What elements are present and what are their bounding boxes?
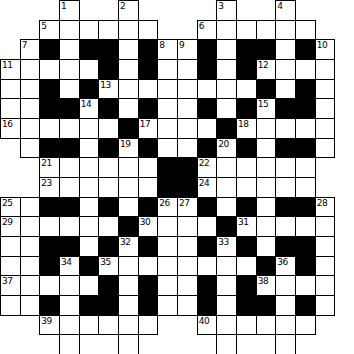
clue-number-17: 17 (140, 119, 150, 129)
cell-r13-c14[interactable]: 36 (275, 256, 296, 277)
cell-r16-c5[interactable] (98, 315, 119, 336)
cell-r6-c14[interactable] (275, 118, 296, 139)
cell-r11-c1[interactable] (20, 216, 41, 237)
cell-r7-c14-block (275, 138, 296, 159)
cell-r12-c0[interactable] (0, 236, 21, 257)
cell-r6-c5[interactable] (98, 118, 119, 139)
cell-r15-c16[interactable] (315, 295, 336, 316)
cell-r7-c9[interactable] (177, 138, 198, 159)
clue-number-24: 24 (199, 178, 209, 188)
cell-r7-c2-block (39, 138, 60, 159)
cell-r5-c8[interactable] (157, 98, 178, 119)
cell-r14-c5-block (98, 275, 119, 296)
cell-r7-c1[interactable] (20, 138, 41, 159)
cell-r8-c5[interactable] (98, 157, 119, 178)
clue-number-7: 7 (22, 40, 27, 50)
cell-r12-c15-block (295, 236, 316, 257)
cell-r13-c7[interactable] (138, 256, 159, 277)
cell-r3-c16[interactable] (315, 59, 336, 80)
cell-r8-c8-block (157, 157, 178, 178)
cell-r14-c6[interactable] (118, 275, 139, 296)
cell-r9-c4[interactable] (79, 177, 100, 198)
clue-number-12: 12 (258, 60, 268, 70)
cell-r8-c10[interactable]: 22 (197, 157, 218, 178)
clue-number-35: 35 (100, 257, 110, 267)
cell-r3-c10-block (197, 59, 218, 80)
cell-r13-c13-block (256, 256, 277, 277)
cell-r7-c8[interactable] (157, 138, 178, 159)
clue-number-21: 21 (41, 158, 51, 168)
cell-r6-c2[interactable] (39, 118, 60, 139)
cell-r9-c6[interactable] (118, 177, 139, 198)
cell-r5-c9[interactable] (177, 98, 198, 119)
cell-r16-c3[interactable] (59, 315, 80, 336)
cell-r8-c2[interactable]: 21 (39, 157, 60, 178)
cell-r1-c15[interactable] (295, 20, 316, 41)
cell-r8-c15[interactable] (295, 157, 316, 178)
cell-r16-c15[interactable] (295, 315, 316, 336)
cell-r9-c15[interactable] (295, 177, 316, 198)
cell-r17-c6[interactable] (118, 334, 139, 354)
cell-r9-c14[interactable] (275, 177, 296, 198)
clue-number-36: 36 (277, 257, 287, 267)
cell-r11-c6-block (118, 216, 139, 237)
cell-r14-c11[interactable] (216, 275, 237, 296)
cell-r11-c10[interactable] (197, 216, 218, 237)
cell-r11-c14[interactable] (275, 216, 296, 237)
cell-r5-c1[interactable] (20, 98, 41, 119)
cell-r5-c10-block (197, 98, 218, 119)
cell-r3-c8[interactable] (157, 59, 178, 80)
cell-r3-c1[interactable] (20, 59, 41, 80)
cell-r14-c3[interactable] (59, 275, 80, 296)
cell-r6-c11-block (216, 118, 237, 139)
cell-r3-c14[interactable] (275, 59, 296, 80)
cell-r5-c14-block (275, 98, 296, 119)
cell-r14-c10-block (197, 275, 218, 296)
cell-r15-c12-block (236, 295, 257, 316)
cell-r15-c3[interactable] (59, 295, 80, 316)
cell-r9-c13[interactable] (256, 177, 277, 198)
cell-r13-c5[interactable]: 35 (98, 256, 119, 277)
cell-r11-c8[interactable] (157, 216, 178, 237)
cell-r12-c2-block (39, 236, 60, 257)
cell-r10-c13[interactable] (256, 197, 277, 218)
clue-number-31: 31 (238, 217, 248, 227)
cell-r4-c8[interactable] (157, 79, 178, 100)
cell-r9-c9-block (177, 177, 198, 198)
cell-r14-c15[interactable] (295, 275, 316, 296)
clue-number-5: 5 (41, 21, 46, 31)
clue-number-9: 9 (179, 40, 184, 50)
cell-r12-c8[interactable] (157, 236, 178, 257)
clue-number-40: 40 (199, 316, 209, 326)
cell-r16-c11[interactable] (216, 315, 237, 336)
cell-r14-c7-block (138, 275, 159, 296)
cell-r15-c10-block (197, 295, 218, 316)
cell-r9-c7[interactable] (138, 177, 159, 198)
cell-r14-c14[interactable] (275, 275, 296, 296)
clue-number-11: 11 (2, 60, 12, 70)
cell-r5-c5-block (98, 98, 119, 119)
clue-number-30: 30 (140, 217, 150, 227)
cell-r7-c3-block (59, 138, 80, 159)
cell-r6-c13[interactable] (256, 118, 277, 139)
cell-r11-c12[interactable]: 31 (236, 216, 257, 237)
cell-r7-c6[interactable]: 19 (118, 138, 139, 159)
cell-r7-c11[interactable]: 20 (216, 138, 237, 159)
cell-r6-c8[interactable] (157, 118, 178, 139)
cell-r12-c4[interactable] (79, 236, 100, 257)
clue-number-15: 15 (258, 99, 268, 109)
cell-r11-c15[interactable] (295, 216, 316, 237)
cell-r1-c5[interactable] (98, 20, 119, 41)
cell-r12-c5-block (98, 236, 119, 257)
cell-r5-c13[interactable]: 15 (256, 98, 277, 119)
clue-number-27: 27 (179, 198, 189, 208)
cell-r12-c3-block (59, 236, 80, 257)
cell-r13-c11[interactable] (216, 256, 237, 277)
clue-number-38: 38 (258, 276, 268, 286)
cell-r10-c3-block (59, 197, 80, 218)
cell-r10-c11[interactable] (216, 197, 237, 218)
cell-r6-c0[interactable]: 16 (0, 118, 21, 139)
cell-r12-c10-block (197, 236, 218, 257)
cell-r10-c0[interactable]: 25 (0, 197, 21, 218)
cell-r8-c3[interactable] (59, 157, 80, 178)
cell-r2-c3[interactable] (59, 39, 80, 60)
cell-r5-c2-block (39, 98, 60, 119)
cell-r10-c7-block (138, 197, 159, 218)
cell-r12-c6[interactable]: 32 (118, 236, 139, 257)
cell-r13-c6[interactable] (118, 256, 139, 277)
cell-r13-c8[interactable] (157, 256, 178, 277)
cell-r4-c6[interactable] (118, 79, 139, 100)
cell-r5-c6[interactable] (118, 98, 139, 119)
cell-r14-c12-block (236, 275, 257, 296)
cell-r3-c13[interactable]: 12 (256, 59, 277, 80)
cell-r6-c4[interactable] (79, 118, 100, 139)
cell-r6-c15[interactable] (295, 118, 316, 139)
cell-r9-c10[interactable]: 24 (197, 177, 218, 198)
cell-r4-c7[interactable] (138, 79, 159, 100)
cell-r9-c5[interactable] (98, 177, 119, 198)
cell-r8-c13[interactable] (256, 157, 277, 178)
cell-r11-c2[interactable] (39, 216, 60, 237)
cell-r0-c3[interactable]: 1 (59, 0, 80, 21)
clue-number-20: 20 (218, 139, 228, 149)
cell-r14-c13[interactable]: 38 (256, 275, 277, 296)
cell-r3-c6[interactable] (118, 59, 139, 80)
cell-r10-c9[interactable]: 27 (177, 197, 198, 218)
cell-r10-c1[interactable] (20, 197, 41, 218)
cell-r10-c6[interactable] (118, 197, 139, 218)
cell-r4-c13-block (256, 79, 277, 100)
cell-r9-c2[interactable]: 23 (39, 177, 60, 198)
cell-r1-c10[interactable]: 6 (197, 20, 218, 41)
clue-number-18: 18 (238, 119, 248, 129)
cell-r11-c9[interactable] (177, 216, 198, 237)
cell-r6-c7[interactable]: 17 (138, 118, 159, 139)
cell-r7-c16[interactable] (315, 138, 336, 159)
cell-r2-c9[interactable]: 9 (177, 39, 198, 60)
cell-r7-c4[interactable] (79, 138, 100, 159)
cell-r4-c12[interactable] (236, 79, 257, 100)
cell-r3-c9[interactable] (177, 59, 198, 80)
cell-r4-c9[interactable] (177, 79, 198, 100)
clue-number-8: 8 (159, 40, 164, 50)
cell-r2-c16[interactable]: 10 (315, 39, 336, 60)
cell-r1-c7[interactable] (138, 20, 159, 41)
cell-r17-c11[interactable] (216, 334, 237, 354)
cell-r11-c3[interactable] (59, 216, 80, 237)
cell-r1-c12[interactable] (236, 20, 257, 41)
cell-r7-c10-block (197, 138, 218, 159)
cell-r12-c16[interactable] (315, 236, 336, 257)
cell-r15-c11[interactable] (216, 295, 237, 316)
cell-r14-c8[interactable] (157, 275, 178, 296)
cell-r3-c11[interactable] (216, 59, 237, 80)
cell-r16-c10[interactable]: 40 (197, 315, 218, 336)
cell-r3-c7-block (138, 59, 159, 80)
cell-r4-c4-block (79, 79, 100, 100)
cell-r13-c4-block (79, 256, 100, 277)
clue-number-26: 26 (159, 198, 169, 208)
cell-r12-c1[interactable] (20, 236, 41, 257)
cell-r17-c3[interactable] (59, 334, 80, 354)
cell-r16-c6[interactable] (118, 315, 139, 336)
cell-r10-c12-block (236, 197, 257, 218)
cell-r2-c5-block (98, 39, 119, 60)
clue-number-37: 37 (2, 276, 12, 286)
cell-r8-c6[interactable] (118, 157, 139, 178)
cell-r5-c11[interactable] (216, 98, 237, 119)
cell-r16-c4[interactable] (79, 315, 100, 336)
cell-r15-c6[interactable] (118, 295, 139, 316)
cell-r2-c7-block (138, 39, 159, 60)
cell-r11-c5[interactable] (98, 216, 119, 237)
cell-r4-c10[interactable] (197, 79, 218, 100)
cell-r14-c0[interactable]: 37 (0, 275, 21, 296)
cell-r16-c2[interactable]: 39 (39, 315, 60, 336)
cell-r6-c12[interactable]: 18 (236, 118, 257, 139)
cell-r6-c6-block (118, 118, 139, 139)
clue-number-3: 3 (218, 1, 223, 11)
cell-r12-c9[interactable] (177, 236, 198, 257)
cell-r1-c13[interactable] (256, 20, 277, 41)
clue-number-39: 39 (41, 316, 51, 326)
cell-r15-c0[interactable] (0, 295, 21, 316)
cell-r5-c15-block (295, 98, 316, 119)
cell-r1-c3[interactable] (59, 20, 80, 41)
cell-r8-c4[interactable] (79, 157, 100, 178)
cell-r16-c13[interactable] (256, 315, 277, 336)
cell-r8-c7[interactable] (138, 157, 159, 178)
cell-r15-c13-block (256, 295, 277, 316)
cell-r5-c0[interactable] (0, 98, 21, 119)
cell-r11-c7[interactable]: 30 (138, 216, 159, 237)
cell-r3-c0[interactable]: 11 (0, 59, 21, 80)
cell-r15-c4-block (79, 295, 100, 316)
clue-number-23: 23 (41, 178, 51, 188)
cell-r4-c2-block (39, 79, 60, 100)
cell-r14-c1[interactable] (20, 275, 41, 296)
cell-r5-c16[interactable] (315, 98, 336, 119)
cell-r12-c13[interactable] (256, 236, 277, 257)
cell-r13-c3[interactable]: 34 (59, 256, 80, 277)
cell-r10-c2-block (39, 197, 60, 218)
cell-r4-c14[interactable] (275, 79, 296, 100)
cell-r15-c5-block (98, 295, 119, 316)
cell-r13-c10[interactable] (197, 256, 218, 277)
cell-r2-c12-block (236, 39, 257, 60)
crossword-board: 1234567891011121314151617181920212223242… (0, 0, 354, 354)
cell-r4-c15-block (295, 79, 316, 100)
clue-number-25: 25 (2, 198, 12, 208)
cell-r10-c10-block (197, 197, 218, 218)
cell-r10-c8[interactable]: 26 (157, 197, 178, 218)
cell-r5-c7-block (138, 98, 159, 119)
cell-r8-c14[interactable] (275, 157, 296, 178)
cell-r1-c14[interactable] (275, 20, 296, 41)
cell-r1-c4[interactable] (79, 20, 100, 41)
cell-r7-c13[interactable] (256, 138, 277, 159)
cell-r15-c2-block (39, 295, 60, 316)
clue-number-2: 2 (120, 1, 125, 11)
cell-r16-c14[interactable] (275, 315, 296, 336)
cell-r11-c4[interactable] (79, 216, 100, 237)
cell-r11-c16[interactable] (315, 216, 336, 237)
cell-r0-c6[interactable]: 2 (118, 0, 139, 21)
cell-r2-c6[interactable] (118, 39, 139, 60)
cell-r2-c8[interactable]: 8 (157, 39, 178, 60)
cell-r12-c11[interactable]: 33 (216, 236, 237, 257)
clue-number-28: 28 (317, 198, 327, 208)
clue-number-13: 13 (100, 80, 110, 90)
cell-r10-c5-block (98, 197, 119, 218)
cell-r3-c15[interactable] (295, 59, 316, 80)
cell-r0-c11[interactable]: 3 (216, 0, 237, 21)
cell-r14-c16[interactable] (315, 275, 336, 296)
cell-r4-c5[interactable]: 13 (98, 79, 119, 100)
cell-r15-c1[interactable] (20, 295, 41, 316)
cell-r10-c15-block (295, 197, 316, 218)
cell-r9-c3[interactable] (59, 177, 80, 198)
cell-r9-c8-block (157, 177, 178, 198)
cell-r11-c11-block (216, 216, 237, 237)
clue-number-4: 4 (277, 1, 282, 11)
cell-r10-c14-block (275, 197, 296, 218)
cell-r14-c9[interactable] (177, 275, 198, 296)
cell-r12-c14-block (275, 236, 296, 257)
cell-r15-c9[interactable] (177, 295, 198, 316)
cell-r9-c11[interactable] (216, 177, 237, 198)
cell-r1-c11[interactable] (216, 20, 237, 41)
cell-r10-c4[interactable] (79, 197, 100, 218)
cell-r11-c13[interactable] (256, 216, 277, 237)
cell-r2-c2-block (39, 39, 60, 60)
clue-number-19: 19 (120, 139, 130, 149)
cell-r14-c2[interactable] (39, 275, 60, 296)
cell-r1-c2[interactable]: 5 (39, 20, 60, 41)
clue-number-22: 22 (199, 158, 209, 168)
cell-r13-c15-block (295, 256, 316, 277)
cell-r13-c2-block (39, 256, 60, 277)
cell-r4-c16[interactable] (315, 79, 336, 100)
cell-r6-c9[interactable] (177, 118, 198, 139)
cell-r13-c9[interactable] (177, 256, 198, 277)
cell-r0-c14[interactable]: 4 (275, 0, 296, 21)
clue-number-16: 16 (2, 119, 12, 129)
cell-r15-c7-block (138, 295, 159, 316)
cell-r15-c15-block (295, 295, 316, 316)
cell-r6-c1[interactable] (20, 118, 41, 139)
cell-r15-c14[interactable] (275, 295, 296, 316)
clue-number-34: 34 (61, 257, 71, 267)
cell-r5-c3-block (59, 98, 80, 119)
cell-r2-c14[interactable] (275, 39, 296, 60)
clue-number-6: 6 (199, 21, 204, 31)
clue-number-32: 32 (120, 237, 130, 247)
cell-r8-c11[interactable] (216, 157, 237, 178)
cell-r2-c15-block (295, 39, 316, 60)
cell-r1-c6[interactable] (118, 20, 139, 41)
cell-r11-c0[interactable]: 29 (0, 216, 21, 237)
cell-r2-c1[interactable]: 7 (20, 39, 41, 60)
cell-r2-c10-block (197, 39, 218, 60)
cell-r2-c11[interactable] (216, 39, 237, 60)
cell-r7-c7-block (138, 138, 159, 159)
cell-r12-c7-block (138, 236, 159, 257)
clue-number-1: 1 (61, 1, 66, 11)
cell-r7-c12-block (236, 138, 257, 159)
cell-r14-c4[interactable] (79, 275, 100, 296)
cell-r15-c8[interactable] (157, 295, 178, 316)
cell-r8-c12[interactable] (236, 157, 257, 178)
cell-r3-c4[interactable] (79, 59, 100, 80)
cell-r9-c12[interactable] (236, 177, 257, 198)
cell-r6-c16[interactable] (315, 118, 336, 139)
cell-r16-c7[interactable] (138, 315, 159, 336)
cell-r3-c3[interactable] (59, 59, 80, 80)
cell-r8-c9-block (177, 157, 198, 178)
cell-r2-c4-block (79, 39, 100, 60)
cell-r5-c4[interactable]: 14 (79, 98, 100, 119)
cell-r4-c3[interactable] (59, 79, 80, 100)
cell-r3-c12-block (236, 59, 257, 80)
clue-number-14: 14 (81, 99, 91, 109)
clue-number-33: 33 (218, 237, 228, 247)
cell-r13-c12[interactable] (236, 256, 257, 277)
cell-r3-c2[interactable] (39, 59, 60, 80)
cell-r13-c1[interactable] (20, 256, 41, 277)
cell-r6-c3[interactable] (59, 118, 80, 139)
cell-r7-c5-block (98, 138, 119, 159)
cell-r16-c12[interactable] (236, 315, 257, 336)
cell-r10-c16[interactable]: 28 (315, 197, 336, 218)
clue-number-29: 29 (2, 217, 12, 227)
cell-r13-c0[interactable] (0, 256, 21, 277)
cell-r4-c11[interactable] (216, 79, 237, 100)
cell-r6-c10[interactable] (197, 118, 218, 139)
cell-r17-c14[interactable] (275, 334, 296, 354)
cell-r13-c16[interactable] (315, 256, 336, 277)
cell-r4-c1[interactable] (20, 79, 41, 100)
crossword-page: 1234567891011121314151617181920212223242… (0, 0, 354, 354)
cell-r3-c5-block (98, 59, 119, 80)
cell-r4-c0[interactable] (0, 79, 21, 100)
cell-r12-c12-block (236, 236, 257, 257)
